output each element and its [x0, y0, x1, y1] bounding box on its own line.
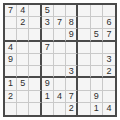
- sudoku-cell-empty[interactable]: [78, 78, 90, 90]
- sudoku-cell-empty[interactable]: [91, 42, 103, 54]
- sudoku-cell-given: 4: [54, 91, 66, 103]
- sudoku-cell-given: 4: [17, 5, 29, 17]
- sudoku-cell-empty[interactable]: [78, 54, 90, 66]
- sudoku-cell-empty[interactable]: [42, 29, 54, 41]
- sudoku-cell-empty[interactable]: [54, 66, 66, 78]
- sudoku-cell-empty[interactable]: [29, 42, 41, 54]
- sudoku-cell-empty[interactable]: [42, 66, 54, 78]
- sudoku-cell-given: 9: [91, 91, 103, 103]
- sudoku-cell-given: 8: [66, 17, 78, 29]
- sudoku-cell-given: 1: [42, 91, 54, 103]
- sudoku-cell-given: 9: [5, 54, 17, 66]
- sudoku-cell-empty[interactable]: [17, 29, 29, 41]
- sudoku-cell-given: 3: [103, 54, 115, 66]
- sudoku-cell-empty[interactable]: [29, 103, 41, 115]
- sudoku-cell-given: 6: [103, 17, 115, 29]
- sudoku-cell-given: 2: [5, 91, 17, 103]
- sudoku-cell-empty[interactable]: [78, 103, 90, 115]
- sudoku-cell-given: 2: [66, 103, 78, 115]
- sudoku-cell-empty[interactable]: [17, 42, 29, 54]
- sudoku-cell-given: 9: [66, 29, 78, 41]
- sudoku-cell-empty[interactable]: [17, 54, 29, 66]
- sudoku-cell-empty[interactable]: [66, 78, 78, 90]
- sudoku-cell-given: 1: [91, 103, 103, 115]
- sudoku-cell-given: 7: [54, 17, 66, 29]
- sudoku-page: 7452378695747933215921479214: [0, 0, 120, 120]
- sudoku-cell-empty[interactable]: [5, 103, 17, 115]
- sudoku-cell-empty[interactable]: [103, 91, 115, 103]
- sudoku-cell-given: 3: [66, 66, 78, 78]
- sudoku-cell-empty[interactable]: [17, 66, 29, 78]
- sudoku-cell-empty[interactable]: [29, 29, 41, 41]
- sudoku-cell-empty[interactable]: [54, 54, 66, 66]
- sudoku-cell-empty[interactable]: [54, 78, 66, 90]
- sudoku-cell-empty[interactable]: [29, 66, 41, 78]
- sudoku-cell-empty[interactable]: [54, 29, 66, 41]
- sudoku-cell-given: 7: [5, 5, 17, 17]
- sudoku-cell-empty[interactable]: [17, 103, 29, 115]
- sudoku-cell-given: 4: [103, 103, 115, 115]
- sudoku-cell-empty[interactable]: [29, 5, 41, 17]
- sudoku-cell-empty[interactable]: [42, 54, 54, 66]
- sudoku-cell-given: 5: [17, 78, 29, 90]
- sudoku-cell-empty[interactable]: [78, 29, 90, 41]
- sudoku-cell-empty[interactable]: [103, 78, 115, 90]
- sudoku-cell-given: 5: [91, 29, 103, 41]
- sudoku-cell-given: 5: [42, 5, 54, 17]
- sudoku-cell-empty[interactable]: [91, 54, 103, 66]
- sudoku-cell-empty[interactable]: [54, 42, 66, 54]
- sudoku-cell-empty[interactable]: [29, 54, 41, 66]
- sudoku-cell-empty[interactable]: [17, 91, 29, 103]
- sudoku-cell-empty[interactable]: [5, 17, 17, 29]
- sudoku-cell-empty[interactable]: [103, 5, 115, 17]
- sudoku-cell-empty[interactable]: [78, 5, 90, 17]
- sudoku-cell-empty[interactable]: [78, 91, 90, 103]
- sudoku-cell-empty[interactable]: [29, 78, 41, 90]
- sudoku-cell-given: 1: [5, 78, 17, 90]
- sudoku-cell-empty[interactable]: [91, 78, 103, 90]
- sudoku-cell-empty[interactable]: [66, 54, 78, 66]
- sudoku-cell-given: 7: [66, 91, 78, 103]
- sudoku-cell-given: 3: [42, 17, 54, 29]
- sudoku-cell-given: 2: [103, 66, 115, 78]
- sudoku-cell-empty[interactable]: [91, 5, 103, 17]
- sudoku-cell-given: 4: [5, 42, 17, 54]
- sudoku-cell-empty[interactable]: [78, 66, 90, 78]
- sudoku-cell-empty[interactable]: [29, 17, 41, 29]
- sudoku-cell-empty[interactable]: [29, 91, 41, 103]
- sudoku-cell-empty[interactable]: [91, 17, 103, 29]
- sudoku-cell-empty[interactable]: [78, 17, 90, 29]
- sudoku-cell-given: 9: [42, 78, 54, 90]
- sudoku-cell-empty[interactable]: [91, 66, 103, 78]
- sudoku-cell-empty[interactable]: [66, 5, 78, 17]
- sudoku-cell-empty[interactable]: [42, 103, 54, 115]
- sudoku-board: 7452378695747933215921479214: [3, 3, 117, 117]
- sudoku-cell-empty[interactable]: [5, 66, 17, 78]
- sudoku-cell-given: 7: [42, 42, 54, 54]
- sudoku-cell-empty[interactable]: [5, 29, 17, 41]
- sudoku-cell-empty[interactable]: [54, 5, 66, 17]
- sudoku-cell-given: 2: [17, 17, 29, 29]
- sudoku-cell-empty[interactable]: [54, 103, 66, 115]
- sudoku-cell-empty[interactable]: [66, 42, 78, 54]
- sudoku-cell-empty[interactable]: [78, 42, 90, 54]
- sudoku-cell-given: 7: [103, 29, 115, 41]
- sudoku-cell-empty[interactable]: [103, 42, 115, 54]
